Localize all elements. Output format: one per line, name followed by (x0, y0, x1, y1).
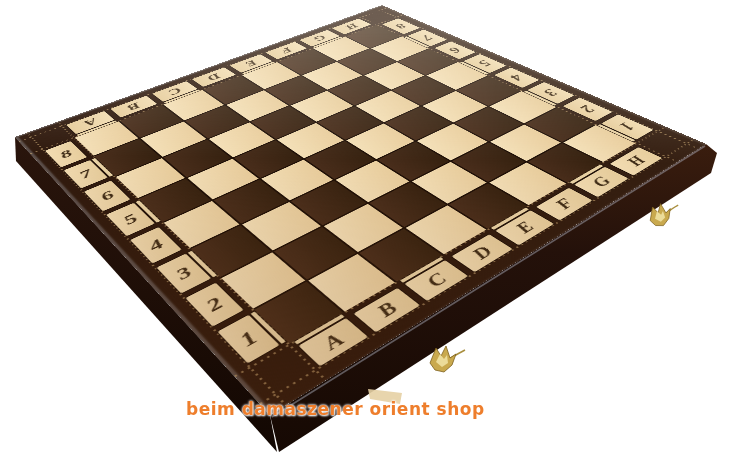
chessboard-product-photo: 8765432187654321ABCDEFGHABCDEFGH beim da… (0, 0, 730, 463)
watermark-text: beim damaszener orient shop (186, 399, 485, 419)
brass-clasp-icon (430, 346, 465, 372)
